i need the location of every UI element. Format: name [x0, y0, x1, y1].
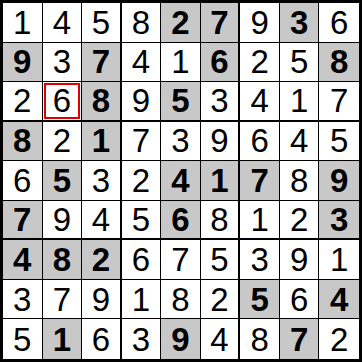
cell-r3c1[interactable]: 2 — [3, 82, 43, 122]
cell-r4c1[interactable]: 8 — [3, 122, 43, 162]
cell-r2c7[interactable]: 2 — [240, 43, 280, 83]
cell-r7c3[interactable]: 2 — [82, 240, 122, 280]
cell-r2c2[interactable]: 3 — [43, 43, 83, 83]
cell-r5c6[interactable]: 1 — [201, 161, 241, 201]
cell-r9c1[interactable]: 5 — [3, 319, 43, 359]
cell-r9c5[interactable]: 9 — [161, 319, 201, 359]
cell-r8c9[interactable]: 4 — [319, 280, 359, 320]
cell-r2c9[interactable]: 8 — [319, 43, 359, 83]
cell-r6c1[interactable]: 7 — [3, 201, 43, 241]
cell-r4c7[interactable]: 6 — [240, 122, 280, 162]
cell-r5c3[interactable]: 3 — [82, 161, 122, 201]
cell-r7c2[interactable]: 8 — [43, 240, 83, 280]
cell-r7c4[interactable]: 6 — [122, 240, 162, 280]
cell-r1c3[interactable]: 5 — [82, 3, 122, 43]
cell-r9c6[interactable]: 4 — [201, 319, 241, 359]
cell-r9c7[interactable]: 8 — [240, 319, 280, 359]
cell-r3c9[interactable]: 7 — [319, 82, 359, 122]
sudoku-board: 1458279369374162582689534178217396456532… — [0, 0, 362, 362]
cell-r1c4[interactable]: 8 — [122, 3, 162, 43]
cell-r8c4[interactable]: 1 — [122, 280, 162, 320]
cell-r2c3[interactable]: 7 — [82, 43, 122, 83]
cell-r3c3[interactable]: 8 — [82, 82, 122, 122]
cell-r4c8[interactable]: 4 — [280, 122, 320, 162]
cell-r5c2[interactable]: 5 — [43, 161, 83, 201]
cell-r3c8[interactable]: 1 — [280, 82, 320, 122]
cell-r9c3[interactable]: 6 — [82, 319, 122, 359]
cell-r8c7[interactable]: 5 — [240, 280, 280, 320]
cell-r3c6[interactable]: 3 — [201, 82, 241, 122]
cell-r1c8[interactable]: 3 — [280, 3, 320, 43]
cell-r7c9[interactable]: 1 — [319, 240, 359, 280]
cell-r9c9[interactable]: 2 — [319, 319, 359, 359]
cell-r8c2[interactable]: 7 — [43, 280, 83, 320]
cell-r9c4[interactable]: 3 — [122, 319, 162, 359]
cell-r2c5[interactable]: 1 — [161, 43, 201, 83]
cell-r6c9[interactable]: 3 — [319, 201, 359, 241]
cell-r8c6[interactable]: 2 — [201, 280, 241, 320]
cell-r2c8[interactable]: 5 — [280, 43, 320, 83]
cell-r2c1[interactable]: 9 — [3, 43, 43, 83]
cell-r6c2[interactable]: 9 — [43, 201, 83, 241]
cell-r3c7[interactable]: 4 — [240, 82, 280, 122]
cell-r7c1[interactable]: 4 — [3, 240, 43, 280]
cell-r2c6[interactable]: 6 — [201, 43, 241, 83]
cell-r1c6[interactable]: 7 — [201, 3, 241, 43]
cell-r8c5[interactable]: 8 — [161, 280, 201, 320]
cell-r4c5[interactable]: 3 — [161, 122, 201, 162]
cell-r6c5[interactable]: 6 — [161, 201, 201, 241]
cell-r9c2[interactable]: 1 — [43, 319, 83, 359]
cell-r5c9[interactable]: 9 — [319, 161, 359, 201]
cell-r4c2[interactable]: 2 — [43, 122, 83, 162]
cell-r1c2[interactable]: 4 — [43, 3, 83, 43]
cell-r3c2[interactable]: 6 — [43, 82, 83, 122]
cell-r8c8[interactable]: 6 — [280, 280, 320, 320]
cell-r7c5[interactable]: 7 — [161, 240, 201, 280]
cell-r8c1[interactable]: 3 — [3, 280, 43, 320]
cell-r5c8[interactable]: 8 — [280, 161, 320, 201]
cell-r1c5[interactable]: 2 — [161, 3, 201, 43]
cell-r3c5[interactable]: 5 — [161, 82, 201, 122]
cell-r7c7[interactable]: 3 — [240, 240, 280, 280]
cell-r4c4[interactable]: 7 — [122, 122, 162, 162]
cell-r4c9[interactable]: 5 — [319, 122, 359, 162]
cell-r1c9[interactable]: 6 — [319, 3, 359, 43]
cell-r6c4[interactable]: 5 — [122, 201, 162, 241]
cell-r6c7[interactable]: 1 — [240, 201, 280, 241]
cell-r4c6[interactable]: 9 — [201, 122, 241, 162]
cell-r8c3[interactable]: 9 — [82, 280, 122, 320]
cell-r7c6[interactable]: 5 — [201, 240, 241, 280]
cell-r5c4[interactable]: 2 — [122, 161, 162, 201]
cell-r6c8[interactable]: 2 — [280, 201, 320, 241]
cell-r3c4[interactable]: 9 — [122, 82, 162, 122]
cell-r7c8[interactable]: 9 — [280, 240, 320, 280]
cell-r5c5[interactable]: 4 — [161, 161, 201, 201]
cell-r6c6[interactable]: 8 — [201, 201, 241, 241]
cell-r2c4[interactable]: 4 — [122, 43, 162, 83]
cell-r5c1[interactable]: 6 — [3, 161, 43, 201]
cell-r4c3[interactable]: 1 — [82, 122, 122, 162]
cell-r1c7[interactable]: 9 — [240, 3, 280, 43]
cell-r5c7[interactable]: 7 — [240, 161, 280, 201]
cell-r1c1[interactable]: 1 — [3, 3, 43, 43]
cell-r6c3[interactable]: 4 — [82, 201, 122, 241]
cell-r9c8[interactable]: 7 — [280, 319, 320, 359]
